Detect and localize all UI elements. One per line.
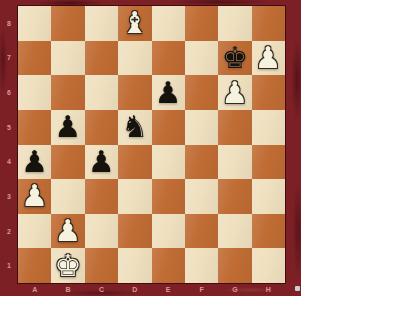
square-a6[interactable] [18,75,51,110]
square-a8[interactable] [18,6,51,41]
square-d8[interactable]: ♝ [118,6,151,41]
square-e3[interactable] [152,179,185,214]
square-a5[interactable] [18,110,51,145]
piece-black-pawn-a4[interactable]: ♟ [21,147,48,177]
square-c1[interactable] [85,248,118,283]
square-a2[interactable] [18,214,51,249]
square-b5[interactable]: ♟ [51,110,84,145]
square-d6[interactable] [118,75,151,110]
square-e1[interactable] [152,248,185,283]
chess-board: ♝♚♟♟♟♟♞♟♟♟♟♚ 87654321ABCDEFGH [0,0,301,296]
square-a4[interactable]: ♟ [18,145,51,180]
square-b3[interactable] [51,179,84,214]
square-g5[interactable] [218,110,251,145]
piece-black-pawn-c4[interactable]: ♟ [88,147,115,177]
square-c7[interactable] [85,41,118,76]
square-h7[interactable]: ♟ [252,41,285,76]
square-e5[interactable] [152,110,185,145]
square-h5[interactable] [252,110,285,145]
square-c2[interactable] [85,214,118,249]
file-label-b: B [51,283,84,296]
square-d2[interactable] [118,214,151,249]
square-e8[interactable] [152,6,185,41]
square-h1[interactable] [252,248,285,283]
square-f5[interactable] [185,110,218,145]
file-label-g: G [218,283,251,296]
square-c8[interactable] [85,6,118,41]
file-label-e: E [152,283,185,296]
rank-label-8: 8 [0,6,18,41]
file-label-a: A [18,283,51,296]
square-d7[interactable] [118,41,151,76]
rank-label-2: 2 [0,214,18,249]
piece-black-king-g7[interactable]: ♚ [221,43,248,73]
square-b8[interactable] [51,6,84,41]
square-f4[interactable] [185,145,218,180]
file-label-c: C [85,283,118,296]
board-grid: ♝♚♟♟♟♟♞♟♟♟♟♚ [18,6,285,283]
square-e7[interactable] [152,41,185,76]
square-g8[interactable] [218,6,251,41]
square-f6[interactable] [185,75,218,110]
square-e4[interactable] [152,145,185,180]
file-label-h: H [252,283,285,296]
square-c3[interactable] [85,179,118,214]
square-f3[interactable] [185,179,218,214]
file-label-d: D [118,283,151,296]
square-b1[interactable]: ♚ [51,248,84,283]
piece-white-king-b1[interactable]: ♚ [55,251,82,281]
square-d1[interactable] [118,248,151,283]
square-f7[interactable] [185,41,218,76]
rank-label-1: 1 [0,248,18,283]
square-g4[interactable] [218,145,251,180]
piece-black-pawn-e6[interactable]: ♟ [155,78,182,108]
square-h6[interactable] [252,75,285,110]
square-b4[interactable] [51,145,84,180]
square-d3[interactable] [118,179,151,214]
square-g7[interactable]: ♚ [218,41,251,76]
square-a7[interactable] [18,41,51,76]
logo-dot [295,286,300,291]
square-c5[interactable] [85,110,118,145]
square-g6[interactable]: ♟ [218,75,251,110]
square-f1[interactable] [185,248,218,283]
square-f2[interactable] [185,214,218,249]
square-b7[interactable] [51,41,84,76]
piece-white-pawn-b2[interactable]: ♟ [55,216,82,246]
square-c6[interactable] [85,75,118,110]
file-label-f: F [185,283,218,296]
square-d4[interactable] [118,145,151,180]
square-c4[interactable]: ♟ [85,145,118,180]
square-d5[interactable]: ♞ [118,110,151,145]
rank-label-7: 7 [0,41,18,76]
square-e6[interactable]: ♟ [152,75,185,110]
square-e2[interactable] [152,214,185,249]
square-b2[interactable]: ♟ [51,214,84,249]
rank-label-3: 3 [0,179,18,214]
piece-white-pawn-h7[interactable]: ♟ [255,43,282,73]
square-h8[interactable] [252,6,285,41]
piece-black-pawn-b5[interactable]: ♟ [55,112,82,142]
square-h4[interactable] [252,145,285,180]
piece-white-bishop-d8[interactable]: ♝ [121,8,148,38]
square-a3[interactable]: ♟ [18,179,51,214]
square-g1[interactable] [218,248,251,283]
square-f8[interactable] [185,6,218,41]
square-g3[interactable] [218,179,251,214]
rank-label-6: 6 [0,75,18,110]
square-h2[interactable] [252,214,285,249]
square-h3[interactable] [252,179,285,214]
rank-label-4: 4 [0,145,18,180]
piece-white-pawn-a3[interactable]: ♟ [21,181,48,211]
piece-black-knight-d5[interactable]: ♞ [121,112,148,142]
square-b6[interactable] [51,75,84,110]
square-a1[interactable] [18,248,51,283]
square-g2[interactable] [218,214,251,249]
piece-white-pawn-g6[interactable]: ♟ [221,78,248,108]
rank-label-5: 5 [0,110,18,145]
